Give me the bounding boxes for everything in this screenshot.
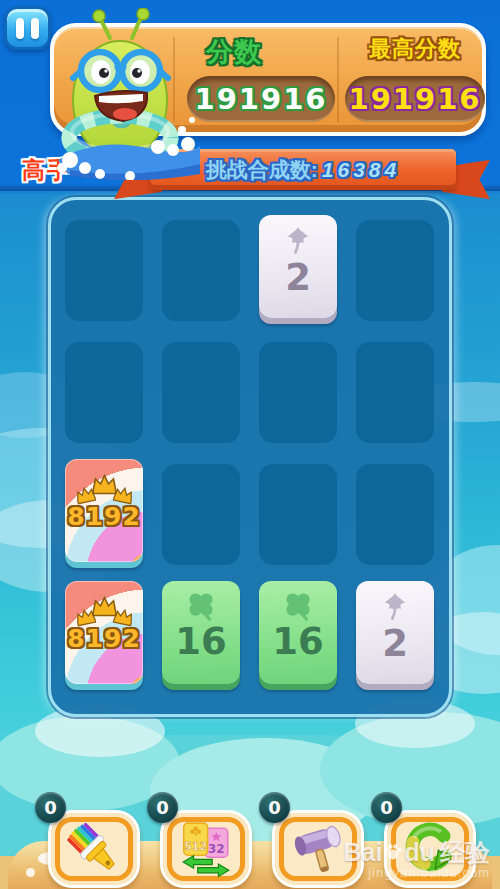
- board-cell: 2: [356, 586, 434, 687]
- tile-8192[interactable]: 8192: [65, 581, 143, 684]
- board-cell: 2: [259, 220, 337, 321]
- svg-text:512: 512: [184, 840, 207, 853]
- board-cell: [356, 220, 434, 321]
- mascot-character: [40, 8, 202, 180]
- board-cell: [162, 220, 240, 321]
- game-screen: 分数 最高分数 191916 191916: [0, 0, 500, 889]
- best-score-value: 191916: [348, 82, 481, 116]
- tile-value: 8192: [67, 626, 141, 651]
- board-cell: 8192: [65, 464, 143, 565]
- paw-icon: [383, 842, 403, 862]
- board-cell: [356, 464, 434, 565]
- clover-icon: [183, 588, 219, 622]
- challenge-label: 挑战合成数:: [206, 158, 318, 181]
- tile-swap-icon: 32 512: [177, 820, 235, 878]
- pause-icon: [31, 18, 39, 39]
- triple-crown-icon: [75, 588, 134, 620]
- board-cell: [356, 342, 434, 443]
- tile-8192[interactable]: 8192: [65, 459, 143, 562]
- tile-16[interactable]: 16: [162, 581, 240, 684]
- tile-2[interactable]: 2: [259, 215, 337, 318]
- board-cell: 8192: [65, 586, 143, 687]
- watermark-brand: Baidu经验: [344, 839, 490, 865]
- challenge-text: 挑战合成数:16384: [206, 156, 400, 184]
- board-cell: [259, 464, 337, 565]
- powerup-count-badge: 0: [259, 792, 290, 823]
- board-cell: [162, 342, 240, 443]
- powerup-count-badge: 0: [35, 792, 66, 823]
- powerup-count-badge: 0: [371, 792, 402, 823]
- tile-value: 2: [285, 259, 311, 296]
- watermark-url: jingyan.baidu.com: [344, 866, 490, 880]
- brush-powerup-button[interactable]: [48, 810, 140, 888]
- tile-value: 2: [382, 625, 408, 662]
- best-score-value-field: 191916: [345, 76, 485, 122]
- board-cell: [259, 342, 337, 443]
- board-cell: [65, 220, 143, 321]
- tile-value: 8192: [67, 504, 141, 529]
- clover-icon: [280, 588, 316, 622]
- tile-2[interactable]: 2: [356, 581, 434, 684]
- best-score-label: 最高分数: [342, 34, 488, 64]
- watermark: Baidu经验 jingyan.baidu.com: [344, 839, 490, 880]
- pause-icon: [16, 18, 24, 39]
- tile-value: 16: [272, 623, 324, 660]
- score-value-field: 191916: [187, 76, 335, 122]
- svg-text:32: 32: [208, 842, 225, 856]
- board-cell: [65, 342, 143, 443]
- leaf-icon: [282, 224, 314, 256]
- board-cell: [162, 464, 240, 565]
- leaf-icon: [379, 590, 411, 622]
- board-cell: 16: [259, 586, 337, 687]
- challenge-value: 16384: [322, 158, 400, 181]
- triple-crown-icon: [75, 466, 134, 498]
- score-value: 191916: [194, 82, 327, 116]
- tile-value: 16: [175, 623, 227, 660]
- rainbow-brush-icon: [65, 820, 123, 878]
- hammer-icon: [289, 820, 347, 878]
- board-cell: 16: [162, 586, 240, 687]
- sand-bubble: [26, 868, 35, 877]
- game-board[interactable]: 2 8192: [48, 197, 452, 717]
- panel-divider: [337, 37, 339, 122]
- swap-powerup-button[interactable]: 32 512: [160, 810, 252, 888]
- powerup-count-badge: 0: [147, 792, 178, 823]
- tile-16[interactable]: 16: [259, 581, 337, 684]
